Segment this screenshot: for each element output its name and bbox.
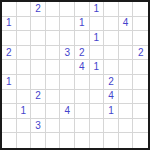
cell-r8c5[interactable] [75, 119, 90, 134]
cell-r1c6[interactable] [90, 17, 105, 32]
cell-r7c7[interactable]: 1 [104, 104, 119, 119]
clue-r6c7: 4 [108, 91, 114, 101]
clue-r7c4: 4 [64, 106, 70, 116]
cell-r5c4[interactable] [60, 75, 75, 90]
cell-r8c7[interactable] [104, 119, 119, 134]
cell-r6c0[interactable] [2, 90, 17, 105]
cell-r0c6[interactable]: 1 [90, 2, 105, 17]
cell-r9c8[interactable] [119, 133, 134, 148]
cell-r0c7[interactable] [104, 2, 119, 17]
cell-r9c3[interactable] [46, 133, 61, 148]
cell-r5c6[interactable] [90, 75, 105, 90]
cell-r8c0[interactable] [2, 119, 17, 134]
cell-r7c5[interactable] [75, 104, 90, 119]
clue-r6c2: 2 [35, 91, 41, 101]
cell-r4c7[interactable] [104, 60, 119, 75]
cell-r0c4[interactable] [60, 2, 75, 17]
clue-r7c1: 1 [21, 106, 27, 116]
cell-r9c1[interactable] [17, 133, 32, 148]
cell-r3c6[interactable] [90, 46, 105, 61]
clue-r0c2: 2 [35, 4, 41, 14]
clue-r8c2: 3 [35, 121, 41, 131]
cell-r7c0[interactable] [2, 104, 17, 119]
cell-r0c0[interactable] [2, 2, 17, 17]
puzzle-board: 21114123224112241413 [0, 0, 150, 150]
cell-r7c4[interactable]: 4 [60, 104, 75, 119]
cell-r4c9[interactable] [133, 60, 148, 75]
cell-r3c0[interactable]: 2 [2, 46, 17, 61]
cell-r7c6[interactable] [90, 104, 105, 119]
cell-r4c2[interactable] [31, 60, 46, 75]
cell-r6c9[interactable] [133, 90, 148, 105]
cell-r6c7[interactable]: 4 [104, 90, 119, 105]
cell-r3c2[interactable] [31, 46, 46, 61]
cell-r9c6[interactable] [90, 133, 105, 148]
cell-r5c8[interactable] [119, 75, 134, 90]
cell-r5c9[interactable] [133, 75, 148, 90]
cell-r7c8[interactable] [119, 104, 134, 119]
cell-r6c2[interactable]: 2 [31, 90, 46, 105]
cell-r3c7[interactable] [104, 46, 119, 61]
clue-r5c0: 1 [6, 77, 12, 87]
cell-r4c4[interactable] [60, 60, 75, 75]
cell-r0c2[interactable]: 2 [31, 2, 46, 17]
clue-r1c0: 1 [6, 18, 12, 28]
cell-r3c5[interactable]: 2 [75, 46, 90, 61]
cell-r2c3[interactable] [46, 31, 61, 46]
cell-r8c9[interactable] [133, 119, 148, 134]
cell-r8c2[interactable]: 3 [31, 119, 46, 134]
cell-r9c9[interactable] [133, 133, 148, 148]
cell-r4c1[interactable] [17, 60, 32, 75]
clue-r3c0: 2 [6, 48, 12, 58]
cell-r3c3[interactable] [46, 46, 61, 61]
cell-r1c2[interactable] [31, 17, 46, 32]
cell-r1c8[interactable]: 4 [119, 17, 134, 32]
cell-r1c0[interactable]: 1 [2, 17, 17, 32]
cell-r0c9[interactable] [133, 2, 148, 17]
cell-r5c3[interactable] [46, 75, 61, 90]
cell-r6c6[interactable] [90, 90, 105, 105]
cell-r1c5[interactable]: 1 [75, 17, 90, 32]
cell-r4c0[interactable] [2, 60, 17, 75]
cell-r2c9[interactable] [133, 31, 148, 46]
clue-r5c7: 2 [108, 77, 114, 87]
clue-r1c5: 1 [79, 18, 85, 28]
cell-r3c4[interactable]: 3 [60, 46, 75, 61]
clue-r3c9: 2 [138, 48, 144, 58]
cell-r6c5[interactable] [75, 90, 90, 105]
cell-r6c3[interactable] [46, 90, 61, 105]
cell-r8c6[interactable] [90, 119, 105, 134]
cell-r8c1[interactable] [17, 119, 32, 134]
cell-r9c2[interactable] [31, 133, 46, 148]
cell-r7c2[interactable] [31, 104, 46, 119]
cell-r4c8[interactable] [119, 60, 134, 75]
cell-r9c0[interactable] [2, 133, 17, 148]
cell-r0c5[interactable] [75, 2, 90, 17]
cell-r2c2[interactable] [31, 31, 46, 46]
cell-r3c8[interactable] [119, 46, 134, 61]
clue-r3c4: 3 [64, 48, 70, 58]
cell-r6c1[interactable] [17, 90, 32, 105]
cell-r5c7[interactable]: 2 [104, 75, 119, 90]
cell-r1c3[interactable] [46, 17, 61, 32]
cell-r2c0[interactable] [2, 31, 17, 46]
cell-r1c7[interactable] [104, 17, 119, 32]
cell-r0c8[interactable] [119, 2, 134, 17]
clue-r1c8: 4 [123, 18, 129, 28]
clue-r3c5: 2 [79, 48, 85, 58]
cell-r3c1[interactable] [17, 46, 32, 61]
cell-r9c7[interactable] [104, 133, 119, 148]
cell-r2c5[interactable] [75, 31, 90, 46]
cell-r5c0[interactable]: 1 [2, 75, 17, 90]
cell-r4c6[interactable]: 1 [90, 60, 105, 75]
cell-r0c3[interactable] [46, 2, 61, 17]
cell-r6c8[interactable] [119, 90, 134, 105]
cell-r8c4[interactable] [60, 119, 75, 134]
clue-r0c6: 1 [94, 4, 100, 14]
cell-r5c2[interactable] [31, 75, 46, 90]
cell-r1c9[interactable] [133, 17, 148, 32]
cell-r2c1[interactable] [17, 31, 32, 46]
cell-r9c4[interactable] [60, 133, 75, 148]
cell-r6c4[interactable] [60, 90, 75, 105]
cell-r2c7[interactable] [104, 31, 119, 46]
cell-r7c9[interactable] [133, 104, 148, 119]
cell-r5c1[interactable] [17, 75, 32, 90]
cell-r9c5[interactable] [75, 133, 90, 148]
cell-r7c1[interactable]: 1 [17, 104, 32, 119]
cell-r1c1[interactable] [17, 17, 32, 32]
clue-r4c6: 1 [94, 62, 100, 72]
cell-r4c5[interactable]: 4 [75, 60, 90, 75]
clue-r4c5: 4 [79, 62, 85, 72]
cell-r0c1[interactable] [17, 2, 32, 17]
cell-r2c8[interactable] [119, 31, 134, 46]
cell-r2c6[interactable]: 1 [90, 31, 105, 46]
cell-r7c3[interactable] [46, 104, 61, 119]
cell-r1c4[interactable] [60, 17, 75, 32]
clue-r7c7: 1 [108, 106, 114, 116]
clue-r2c6: 1 [94, 33, 100, 43]
cell-r8c8[interactable] [119, 119, 134, 134]
cell-r4c3[interactable] [46, 60, 61, 75]
cell-r3c9[interactable]: 2 [133, 46, 148, 61]
cell-r2c4[interactable] [60, 31, 75, 46]
cell-r5c5[interactable] [75, 75, 90, 90]
cell-r8c3[interactable] [46, 119, 61, 134]
